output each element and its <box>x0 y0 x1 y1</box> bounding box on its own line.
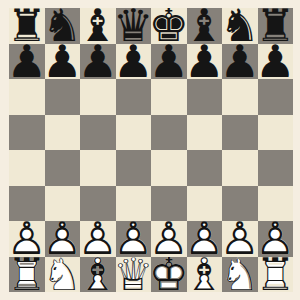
square-b6[interactable] <box>45 79 81 115</box>
white-rook[interactable]: ♜♖ <box>258 257 294 293</box>
square-a4[interactable] <box>9 150 45 186</box>
piece-glyph: ♟ <box>9 44 45 80</box>
square-h1[interactable]: ♜♖ <box>258 257 294 293</box>
square-b1[interactable]: ♞♘ <box>45 257 81 293</box>
white-queen[interactable]: ♛♕ <box>116 257 152 293</box>
chess-app-window: ♜♞♝♛♚♝♞♜♟♟♟♟♟♟♟♟♟♙♟♙♟♙♟♙♟♙♟♙♟♙♟♙♜♖♞♘♝♗♛♕… <box>0 0 300 300</box>
square-f1[interactable]: ♝♗ <box>187 257 223 293</box>
piece-glyph: ♟ <box>258 44 294 80</box>
black-pawn[interactable]: ♟ <box>151 44 187 80</box>
square-g6[interactable] <box>222 79 258 115</box>
white-bishop[interactable]: ♝♗ <box>80 257 116 293</box>
piece-glyph: ♟ <box>45 44 81 80</box>
square-a6[interactable] <box>9 79 45 115</box>
square-c6[interactable] <box>80 79 116 115</box>
piece-glyph: ♟ <box>222 44 258 80</box>
white-knight[interactable]: ♞♘ <box>222 257 258 293</box>
piece-outline-glyph: ♘ <box>222 257 258 293</box>
square-h4[interactable] <box>258 150 294 186</box>
piece-outline-glyph: ♔ <box>151 257 187 293</box>
square-e4[interactable] <box>151 150 187 186</box>
piece-outline-glyph: ♖ <box>258 257 294 293</box>
square-h5[interactable] <box>258 115 294 151</box>
square-d7[interactable]: ♟ <box>116 44 152 80</box>
square-d5[interactable] <box>116 115 152 151</box>
black-pawn[interactable]: ♟ <box>116 44 152 80</box>
square-h6[interactable] <box>258 79 294 115</box>
square-b4[interactable] <box>45 150 81 186</box>
square-d4[interactable] <box>116 150 152 186</box>
square-g7[interactable]: ♟ <box>222 44 258 80</box>
piece-outline-glyph: ♘ <box>45 257 81 293</box>
square-c7[interactable]: ♟ <box>80 44 116 80</box>
square-c1[interactable]: ♝♗ <box>80 257 116 293</box>
square-e6[interactable] <box>151 79 187 115</box>
black-pawn[interactable]: ♟ <box>80 44 116 80</box>
black-pawn[interactable]: ♟ <box>9 44 45 80</box>
square-f6[interactable] <box>187 79 223 115</box>
square-d1[interactable]: ♛♕ <box>116 257 152 293</box>
piece-glyph: ♟ <box>151 44 187 80</box>
chess-board: ♜♞♝♛♚♝♞♜♟♟♟♟♟♟♟♟♟♙♟♙♟♙♟♙♟♙♟♙♟♙♟♙♜♖♞♘♝♗♛♕… <box>9 8 293 292</box>
piece-outline-glyph: ♖ <box>9 257 45 293</box>
piece-glyph: ♟ <box>80 44 116 80</box>
piece-glyph: ♟ <box>187 44 223 80</box>
square-b7[interactable]: ♟ <box>45 44 81 80</box>
square-g4[interactable] <box>222 150 258 186</box>
piece-outline-glyph: ♕ <box>116 257 152 293</box>
black-pawn[interactable]: ♟ <box>222 44 258 80</box>
black-pawn[interactable]: ♟ <box>45 44 81 80</box>
square-g5[interactable] <box>222 115 258 151</box>
square-c4[interactable] <box>80 150 116 186</box>
square-f4[interactable] <box>187 150 223 186</box>
white-knight[interactable]: ♞♘ <box>45 257 81 293</box>
square-e5[interactable] <box>151 115 187 151</box>
square-a1[interactable]: ♜♖ <box>9 257 45 293</box>
square-h7[interactable]: ♟ <box>258 44 294 80</box>
black-pawn[interactable]: ♟ <box>258 44 294 80</box>
square-a7[interactable]: ♟ <box>9 44 45 80</box>
square-f5[interactable] <box>187 115 223 151</box>
square-d6[interactable] <box>116 79 152 115</box>
white-bishop[interactable]: ♝♗ <box>187 257 223 293</box>
square-g1[interactable]: ♞♘ <box>222 257 258 293</box>
piece-glyph: ♟ <box>116 44 152 80</box>
white-rook[interactable]: ♜♖ <box>9 257 45 293</box>
piece-outline-glyph: ♗ <box>80 257 116 293</box>
square-c5[interactable] <box>80 115 116 151</box>
square-a5[interactable] <box>9 115 45 151</box>
square-b5[interactable] <box>45 115 81 151</box>
square-e1[interactable]: ♚♔ <box>151 257 187 293</box>
square-e7[interactable]: ♟ <box>151 44 187 80</box>
square-f7[interactable]: ♟ <box>187 44 223 80</box>
white-king[interactable]: ♚♔ <box>151 257 187 293</box>
piece-outline-glyph: ♗ <box>187 257 223 293</box>
black-pawn[interactable]: ♟ <box>187 44 223 80</box>
